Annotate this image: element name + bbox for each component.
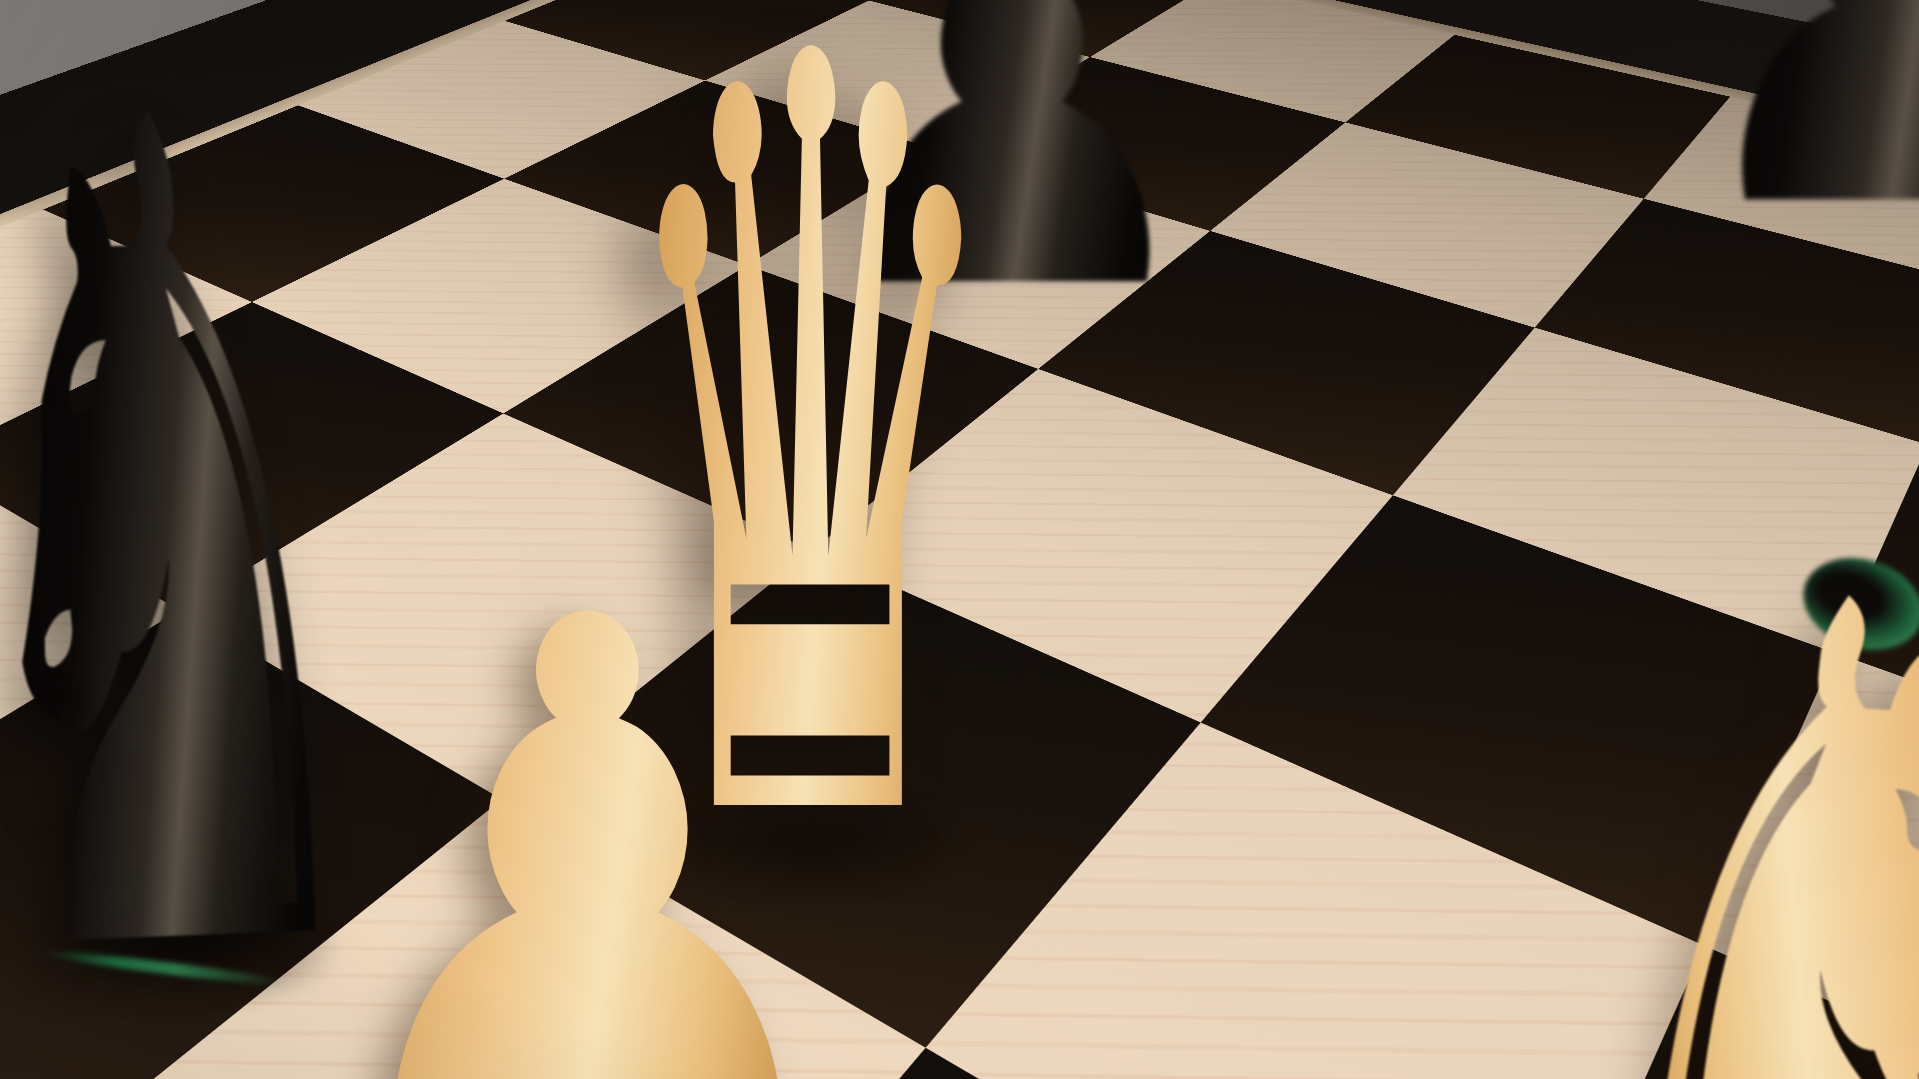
white-pawn-icon: ♟ [298, 522, 877, 1079]
black-pawn-e6[interactable]: ♟ [1720, 0, 1919, 289]
white-knight-f4[interactable]: ♞ [1565, 484, 1919, 1079]
white-knight-icon: ♞ [1549, 469, 1919, 1079]
white-pawn-d3[interactable]: ♟ [408, 522, 768, 1079]
photo-stage: ♟ ♟ ♛ ♞ ♟ ♞ [0, 0, 1919, 1079]
black-pawn-icon: ♟ [1669, 0, 1919, 289]
